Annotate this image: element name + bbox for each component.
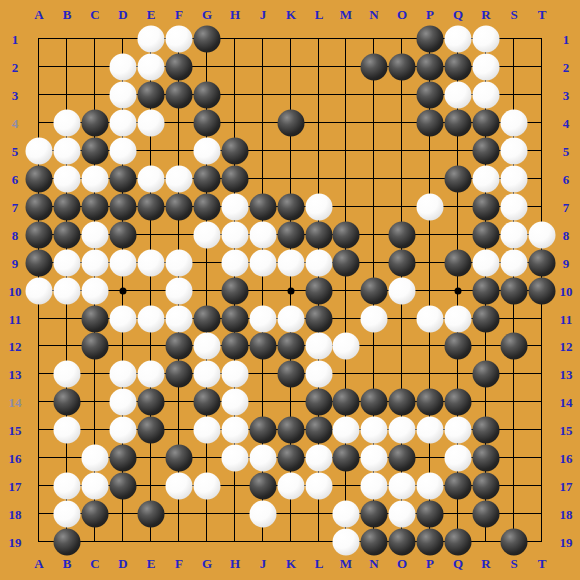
black-stone	[222, 166, 249, 193]
black-stone	[26, 194, 53, 221]
right-coord-label: 10	[560, 285, 573, 298]
black-stone	[473, 194, 500, 221]
black-stone	[333, 222, 360, 249]
black-stone	[194, 166, 221, 193]
white-stone	[473, 54, 500, 81]
bottom-coord-label: A	[34, 557, 43, 570]
white-stone	[417, 306, 444, 333]
black-stone	[166, 361, 193, 388]
white-stone	[306, 473, 333, 500]
white-stone	[110, 417, 137, 444]
black-stone	[166, 54, 193, 81]
white-stone	[250, 501, 277, 528]
white-stone	[306, 250, 333, 277]
top-coord-label: A	[34, 8, 43, 21]
black-stone	[278, 194, 305, 221]
black-stone	[222, 138, 249, 165]
black-stone	[417, 54, 444, 81]
black-stone	[473, 361, 500, 388]
black-stone	[333, 389, 360, 416]
white-stone	[194, 138, 221, 165]
white-stone	[82, 222, 109, 249]
black-stone	[138, 194, 165, 221]
white-stone	[222, 222, 249, 249]
black-stone	[306, 417, 333, 444]
white-stone	[54, 417, 81, 444]
white-stone	[250, 250, 277, 277]
top-coord-label: S	[510, 8, 517, 21]
white-stone	[445, 82, 472, 109]
right-coord-label: 15	[560, 424, 573, 437]
right-coord-label: 18	[560, 508, 573, 521]
black-stone	[306, 278, 333, 305]
left-coord-label: 15	[9, 424, 22, 437]
right-coord-label: 11	[560, 313, 572, 326]
white-stone	[306, 361, 333, 388]
white-stone	[54, 473, 81, 500]
black-stone	[361, 501, 388, 528]
top-coord-label: Q	[453, 8, 463, 21]
black-stone	[333, 445, 360, 472]
white-stone	[54, 361, 81, 388]
black-stone	[82, 306, 109, 333]
black-stone	[110, 166, 137, 193]
white-stone	[82, 473, 109, 500]
left-coord-label: 19	[9, 536, 22, 549]
left-coord-label: 9	[12, 257, 19, 270]
right-coord-label: 17	[560, 480, 573, 493]
left-coord-label: 3	[12, 89, 19, 102]
grid-line-horizontal	[38, 513, 542, 514]
black-stone	[278, 333, 305, 360]
white-stone	[54, 250, 81, 277]
black-stone	[389, 529, 416, 556]
white-stone	[138, 361, 165, 388]
black-stone	[361, 389, 388, 416]
white-stone	[389, 473, 416, 500]
white-stone	[361, 306, 388, 333]
black-stone	[222, 278, 249, 305]
white-stone	[389, 501, 416, 528]
white-stone	[501, 166, 528, 193]
top-coord-label: T	[538, 8, 547, 21]
white-stone	[333, 333, 360, 360]
black-stone	[445, 529, 472, 556]
top-coord-label: M	[340, 8, 352, 21]
white-stone	[222, 250, 249, 277]
black-stone	[110, 222, 137, 249]
black-stone	[306, 222, 333, 249]
black-stone	[26, 222, 53, 249]
black-stone	[445, 250, 472, 277]
white-stone	[361, 417, 388, 444]
black-stone	[389, 54, 416, 81]
star-point	[120, 288, 127, 295]
left-coord-label: 11	[9, 313, 21, 326]
white-stone	[194, 222, 221, 249]
white-stone	[110, 306, 137, 333]
right-coord-label: 4	[563, 117, 570, 130]
left-coord-label: 17	[9, 480, 22, 493]
black-stone	[138, 501, 165, 528]
white-stone	[473, 250, 500, 277]
white-stone	[529, 222, 556, 249]
black-stone	[417, 389, 444, 416]
black-stone	[54, 194, 81, 221]
star-point	[288, 288, 295, 295]
white-stone	[278, 306, 305, 333]
white-stone	[222, 361, 249, 388]
bottom-coord-label: P	[426, 557, 434, 570]
white-stone	[54, 110, 81, 137]
white-stone	[110, 389, 137, 416]
white-stone	[361, 473, 388, 500]
white-stone	[445, 306, 472, 333]
white-stone	[250, 306, 277, 333]
black-stone	[389, 222, 416, 249]
go-board-screen: AABBCCDDEEFFGGHHJJKKLLMMNNOOPPQQRRSSTT11…	[0, 0, 580, 580]
white-stone	[138, 54, 165, 81]
black-stone	[222, 306, 249, 333]
right-coord-label: 13	[560, 368, 573, 381]
black-stone	[82, 501, 109, 528]
black-stone	[194, 389, 221, 416]
white-stone	[222, 389, 249, 416]
top-coord-label: G	[202, 8, 212, 21]
black-stone	[110, 194, 137, 221]
black-stone	[417, 529, 444, 556]
white-stone	[54, 138, 81, 165]
bottom-coord-label: O	[397, 557, 407, 570]
white-stone	[166, 278, 193, 305]
top-coord-label: E	[147, 8, 156, 21]
left-coord-label: 7	[12, 201, 19, 214]
white-stone	[473, 26, 500, 53]
black-stone	[82, 110, 109, 137]
left-coord-label: 1	[12, 33, 19, 46]
white-stone	[138, 110, 165, 137]
white-stone	[222, 417, 249, 444]
black-stone	[529, 278, 556, 305]
left-coord-label: 2	[12, 61, 19, 74]
black-stone	[82, 194, 109, 221]
black-stone	[110, 473, 137, 500]
white-stone	[26, 278, 53, 305]
left-coord-label: 13	[9, 368, 22, 381]
right-coord-label: 1	[563, 33, 570, 46]
black-stone	[54, 529, 81, 556]
white-stone	[222, 445, 249, 472]
left-coord-label: 6	[12, 173, 19, 186]
white-stone	[54, 278, 81, 305]
black-stone	[250, 333, 277, 360]
right-coord-label: 8	[563, 229, 570, 242]
white-stone	[166, 166, 193, 193]
white-stone	[417, 417, 444, 444]
right-coord-label: 2	[563, 61, 570, 74]
left-coord-label: 14	[9, 396, 22, 409]
black-stone	[278, 110, 305, 137]
right-coord-label: 14	[560, 396, 573, 409]
top-coord-label: H	[230, 8, 240, 21]
top-coord-label: L	[315, 8, 324, 21]
right-coord-label: 6	[563, 173, 570, 186]
bottom-coord-label: Q	[453, 557, 463, 570]
black-stone	[417, 82, 444, 109]
white-stone	[417, 194, 444, 221]
white-stone	[278, 473, 305, 500]
white-stone	[110, 361, 137, 388]
white-stone	[501, 222, 528, 249]
left-coord-label: 4	[12, 117, 19, 130]
black-stone	[501, 333, 528, 360]
white-stone	[82, 445, 109, 472]
white-stone	[54, 501, 81, 528]
black-stone	[473, 306, 500, 333]
top-coord-label: R	[481, 8, 490, 21]
white-stone	[138, 306, 165, 333]
bottom-coord-label: B	[63, 557, 72, 570]
bottom-coord-label: S	[510, 557, 517, 570]
black-stone	[166, 445, 193, 472]
white-stone	[138, 26, 165, 53]
white-stone	[501, 138, 528, 165]
white-stone	[473, 166, 500, 193]
top-coord-label: O	[397, 8, 407, 21]
black-stone	[278, 445, 305, 472]
black-stone	[361, 54, 388, 81]
top-coord-label: B	[63, 8, 72, 21]
black-stone	[82, 333, 109, 360]
black-stone	[389, 445, 416, 472]
white-stone	[333, 417, 360, 444]
star-point	[455, 288, 462, 295]
white-stone	[473, 82, 500, 109]
black-stone	[278, 222, 305, 249]
white-stone	[110, 138, 137, 165]
black-stone	[278, 417, 305, 444]
right-coord-label: 5	[563, 145, 570, 158]
white-stone	[138, 166, 165, 193]
bottom-coord-label: D	[118, 557, 127, 570]
right-coord-label: 9	[563, 257, 570, 270]
white-stone	[26, 138, 53, 165]
right-coord-label: 12	[560, 340, 573, 353]
white-stone	[389, 417, 416, 444]
black-stone	[529, 250, 556, 277]
black-stone	[166, 194, 193, 221]
white-stone	[333, 501, 360, 528]
white-stone	[110, 54, 137, 81]
top-coord-label: K	[286, 8, 296, 21]
top-coord-label: C	[90, 8, 99, 21]
white-stone	[54, 166, 81, 193]
black-stone	[473, 110, 500, 137]
black-stone	[473, 417, 500, 444]
left-coord-label: 5	[12, 145, 19, 158]
black-stone	[138, 389, 165, 416]
black-stone	[389, 389, 416, 416]
black-stone	[417, 501, 444, 528]
white-stone	[417, 473, 444, 500]
white-stone	[361, 445, 388, 472]
black-stone	[194, 194, 221, 221]
black-stone	[417, 110, 444, 137]
white-stone	[445, 417, 472, 444]
white-stone	[194, 473, 221, 500]
black-stone	[250, 194, 277, 221]
white-stone	[501, 194, 528, 221]
black-stone	[54, 389, 81, 416]
black-stone	[194, 306, 221, 333]
black-stone	[306, 306, 333, 333]
white-stone	[306, 333, 333, 360]
black-stone	[445, 166, 472, 193]
top-coord-label: F	[175, 8, 183, 21]
bottom-coord-label: K	[286, 557, 296, 570]
bottom-coord-label: R	[481, 557, 490, 570]
bottom-coord-label: C	[90, 557, 99, 570]
white-stone	[501, 110, 528, 137]
right-coord-label: 3	[563, 89, 570, 102]
white-stone	[250, 222, 277, 249]
white-stone	[82, 166, 109, 193]
black-stone	[82, 138, 109, 165]
bottom-coord-label: T	[538, 557, 547, 570]
black-stone	[445, 333, 472, 360]
black-stone	[250, 417, 277, 444]
bottom-coord-label: E	[147, 557, 156, 570]
white-stone	[194, 417, 221, 444]
black-stone	[417, 26, 444, 53]
bottom-coord-label: H	[230, 557, 240, 570]
white-stone	[110, 110, 137, 137]
right-coord-label: 7	[563, 201, 570, 214]
white-stone	[306, 445, 333, 472]
white-stone	[166, 26, 193, 53]
black-stone	[166, 333, 193, 360]
top-coord-label: N	[369, 8, 378, 21]
black-stone	[473, 138, 500, 165]
black-stone	[501, 278, 528, 305]
right-coord-label: 19	[560, 536, 573, 549]
black-stone	[278, 361, 305, 388]
black-stone	[306, 389, 333, 416]
top-coord-label: D	[118, 8, 127, 21]
white-stone	[110, 82, 137, 109]
black-stone	[445, 473, 472, 500]
black-stone	[250, 473, 277, 500]
white-stone	[166, 250, 193, 277]
black-stone	[473, 445, 500, 472]
black-stone	[501, 529, 528, 556]
white-stone	[445, 445, 472, 472]
left-coord-label: 10	[9, 285, 22, 298]
white-stone	[110, 250, 137, 277]
white-stone	[194, 361, 221, 388]
bottom-coord-label: L	[315, 557, 324, 570]
left-coord-label: 16	[9, 452, 22, 465]
white-stone	[333, 529, 360, 556]
white-stone	[82, 278, 109, 305]
white-stone	[138, 250, 165, 277]
bottom-coord-label: N	[369, 557, 378, 570]
white-stone	[194, 333, 221, 360]
black-stone	[110, 445, 137, 472]
black-stone	[194, 26, 221, 53]
white-stone	[389, 278, 416, 305]
bottom-coord-label: J	[260, 557, 267, 570]
black-stone	[473, 501, 500, 528]
white-stone	[306, 194, 333, 221]
left-coord-label: 12	[9, 340, 22, 353]
black-stone	[473, 278, 500, 305]
black-stone	[194, 82, 221, 109]
black-stone	[389, 250, 416, 277]
bottom-coord-label: F	[175, 557, 183, 570]
black-stone	[445, 110, 472, 137]
black-stone	[361, 278, 388, 305]
bottom-coord-label: G	[202, 557, 212, 570]
white-stone	[278, 250, 305, 277]
bottom-coord-label: M	[340, 557, 352, 570]
left-coord-label: 8	[12, 229, 19, 242]
black-stone	[54, 222, 81, 249]
top-coord-label: P	[426, 8, 434, 21]
white-stone	[445, 26, 472, 53]
white-stone	[222, 194, 249, 221]
black-stone	[26, 250, 53, 277]
black-stone	[222, 333, 249, 360]
black-stone	[445, 54, 472, 81]
black-stone	[333, 250, 360, 277]
black-stone	[138, 82, 165, 109]
left-coord-label: 18	[9, 508, 22, 521]
white-stone	[166, 473, 193, 500]
right-coord-label: 16	[560, 452, 573, 465]
white-stone	[250, 445, 277, 472]
black-stone	[473, 473, 500, 500]
black-stone	[26, 166, 53, 193]
black-stone	[194, 110, 221, 137]
top-coord-label: J	[260, 8, 267, 21]
white-stone	[82, 250, 109, 277]
white-stone	[501, 250, 528, 277]
black-stone	[166, 82, 193, 109]
black-stone	[445, 389, 472, 416]
black-stone	[473, 222, 500, 249]
black-stone	[138, 417, 165, 444]
white-stone	[166, 306, 193, 333]
black-stone	[361, 529, 388, 556]
